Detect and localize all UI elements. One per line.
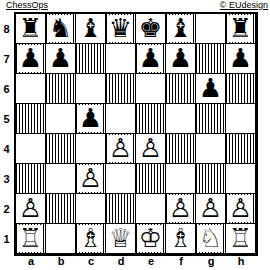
square-g8	[196, 14, 226, 44]
white-king: ♔	[138, 225, 163, 252]
rank-label-5: 5	[0, 104, 13, 134]
square-c7	[76, 44, 106, 74]
square-d1: ♕	[106, 224, 136, 254]
black-bishop: ♝	[78, 15, 103, 42]
rank-label-3: 3	[0, 164, 13, 194]
square-h7: ♟	[226, 44, 256, 74]
white-knight: ♘	[198, 225, 223, 252]
square-c8: ♝	[76, 14, 106, 44]
square-a3	[16, 164, 46, 194]
square-g2: ♙	[196, 194, 226, 224]
square-h6	[226, 74, 256, 104]
file-labels: abcdefgh	[16, 254, 256, 268]
file-label-f: f	[166, 254, 196, 268]
black-pawn: ♟	[48, 45, 73, 72]
rank-label-6: 6	[0, 74, 13, 104]
black-queen: ♛	[108, 15, 133, 42]
square-g1: ♘	[196, 224, 226, 254]
black-pawn: ♟	[78, 105, 103, 132]
white-pawn: ♙	[18, 195, 43, 222]
square-e4: ♙	[136, 134, 166, 164]
file-label-c: c	[76, 254, 106, 268]
white-rook: ♖	[18, 225, 43, 252]
white-bishop: ♗	[168, 225, 193, 252]
header-bar: ChessOps © EUdesign	[0, 0, 270, 12]
square-b1	[46, 224, 76, 254]
square-b3	[46, 164, 76, 194]
rank-label-1: 1	[0, 224, 13, 254]
white-pawn: ♙	[198, 195, 223, 222]
square-f5	[166, 104, 196, 134]
square-c5: ♟	[76, 104, 106, 134]
square-f7: ♟	[166, 44, 196, 74]
square-b8: ♞	[46, 14, 76, 44]
black-king: ♚	[138, 15, 163, 42]
file-label-g: g	[196, 254, 226, 268]
file-label-h: h	[226, 254, 256, 268]
square-d5	[106, 104, 136, 134]
white-pawn: ♙	[108, 135, 133, 162]
rank-label-4: 4	[0, 134, 13, 164]
black-pawn: ♟	[18, 45, 43, 72]
black-knight: ♞	[48, 15, 73, 42]
square-a1: ♖	[16, 224, 46, 254]
square-f4	[166, 134, 196, 164]
square-a6	[16, 74, 46, 104]
square-c6	[76, 74, 106, 104]
file-label-d: d	[106, 254, 136, 268]
square-e1: ♔	[136, 224, 166, 254]
rank-labels: 87654321	[0, 14, 13, 254]
square-c2	[76, 194, 106, 224]
file-label-e: e	[136, 254, 166, 268]
square-h4	[226, 134, 256, 164]
black-pawn: ♟	[198, 75, 223, 102]
square-e7: ♟	[136, 44, 166, 74]
file-label-a: a	[16, 254, 46, 268]
black-bishop: ♝	[168, 15, 193, 42]
black-pawn: ♟	[228, 45, 253, 72]
square-c4	[76, 134, 106, 164]
square-f2: ♙	[166, 194, 196, 224]
square-a8: ♜	[16, 14, 46, 44]
file-label-b: b	[46, 254, 76, 268]
chess-board: ♜♞♝♛♚♝♜♟♟♟♟♟♟♟♙♙♙♙♙♙♙♖♗♕♔♗♘♖	[14, 12, 258, 256]
square-h1: ♖	[226, 224, 256, 254]
square-b2	[46, 194, 76, 224]
white-pawn: ♙	[168, 195, 193, 222]
square-f6	[166, 74, 196, 104]
white-queen: ♕	[108, 225, 133, 252]
white-pawn: ♙	[138, 135, 163, 162]
square-e2	[136, 194, 166, 224]
rank-label-2: 2	[0, 194, 13, 224]
square-f1: ♗	[166, 224, 196, 254]
square-h8: ♜	[226, 14, 256, 44]
chess-diagram-page: ChessOps © EUdesign 87654321 ♜♞♝♛♚♝♜♟♟♟♟…	[0, 0, 270, 270]
square-f8: ♝	[166, 14, 196, 44]
square-b6	[46, 74, 76, 104]
white-rook: ♖	[228, 225, 253, 252]
square-e3	[136, 164, 166, 194]
square-b5	[46, 104, 76, 134]
square-g4	[196, 134, 226, 164]
square-c1: ♗	[76, 224, 106, 254]
credit-link[interactable]: © EUdesign	[220, 0, 268, 11]
square-d2	[106, 194, 136, 224]
square-d7	[106, 44, 136, 74]
square-h5	[226, 104, 256, 134]
square-d4: ♙	[106, 134, 136, 164]
square-e5	[136, 104, 166, 134]
white-pawn: ♙	[78, 165, 103, 192]
square-d3	[106, 164, 136, 194]
white-bishop: ♗	[78, 225, 103, 252]
square-f3	[166, 164, 196, 194]
square-a2: ♙	[16, 194, 46, 224]
square-h3	[226, 164, 256, 194]
rank-label-7: 7	[0, 44, 13, 74]
app-title-link[interactable]: ChessOps	[6, 0, 48, 11]
square-h2: ♙	[226, 194, 256, 224]
square-a4	[16, 134, 46, 164]
square-a7: ♟	[16, 44, 46, 74]
white-pawn: ♙	[228, 195, 253, 222]
black-rook: ♜	[18, 15, 43, 42]
square-b4	[46, 134, 76, 164]
black-rook: ♜	[228, 15, 253, 42]
square-g6: ♟	[196, 74, 226, 104]
square-g3	[196, 164, 226, 194]
square-d6	[106, 74, 136, 104]
square-b7: ♟	[46, 44, 76, 74]
square-a5	[16, 104, 46, 134]
square-g7	[196, 44, 226, 74]
square-g5	[196, 104, 226, 134]
square-c3: ♙	[76, 164, 106, 194]
square-e8: ♚	[136, 14, 166, 44]
black-pawn: ♟	[168, 45, 193, 72]
rank-label-8: 8	[0, 14, 13, 44]
black-pawn: ♟	[138, 45, 163, 72]
square-e6	[136, 74, 166, 104]
square-d8: ♛	[106, 14, 136, 44]
